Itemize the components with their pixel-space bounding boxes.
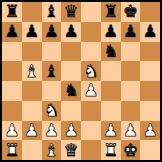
- piece-white-pawn[interactable]: ♟: [143, 121, 158, 138]
- square-b3[interactable]: [22, 101, 42, 121]
- square-g5[interactable]: [121, 61, 141, 81]
- square-a8[interactable]: ♜: [2, 2, 22, 22]
- piece-white-pawn[interactable]: ♟: [64, 121, 79, 138]
- square-f3[interactable]: [101, 101, 121, 121]
- square-f8[interactable]: ♜: [101, 2, 121, 22]
- piece-white-bishop[interactable]: ♝: [24, 62, 39, 79]
- square-g4[interactable]: [121, 81, 141, 101]
- square-e4[interactable]: ♟: [81, 81, 101, 101]
- square-f1[interactable]: ♜: [101, 140, 121, 160]
- square-g2[interactable]: ♟: [121, 121, 141, 141]
- square-c8[interactable]: ♝: [42, 2, 62, 22]
- piece-black-pawn[interactable]: ♟: [4, 23, 19, 40]
- square-d5[interactable]: [61, 61, 81, 81]
- square-b8[interactable]: [22, 2, 42, 22]
- piece-white-rook[interactable]: ♜: [103, 141, 118, 158]
- square-a3[interactable]: [2, 101, 22, 121]
- square-c2[interactable]: ♟: [42, 121, 62, 141]
- square-e8[interactable]: [81, 2, 101, 22]
- square-b6[interactable]: [22, 42, 42, 62]
- square-c1[interactable]: ♝: [42, 140, 62, 160]
- piece-black-rook[interactable]: ♜: [103, 3, 118, 20]
- piece-black-pawn[interactable]: ♟: [64, 23, 79, 40]
- piece-white-pawn[interactable]: ♟: [4, 121, 19, 138]
- piece-black-pawn[interactable]: ♟: [44, 23, 59, 40]
- square-f5[interactable]: [101, 61, 121, 81]
- square-d1[interactable]: ♛: [61, 140, 81, 160]
- square-b2[interactable]: ♟: [22, 121, 42, 141]
- piece-black-bishop[interactable]: ♝: [44, 62, 59, 79]
- piece-black-queen[interactable]: ♛: [64, 3, 79, 20]
- square-d7[interactable]: ♟: [61, 22, 81, 42]
- square-a6[interactable]: [2, 42, 22, 62]
- board-frame: ♜♝♛♜♚♟♟♟♟♟♟♟♞♝♝♞♞♟♞♟♟♟♟♟♟♟♜♝♛♜♚: [0, 0, 162, 162]
- piece-black-pawn[interactable]: ♟: [143, 23, 158, 40]
- piece-black-knight[interactable]: ♞: [103, 42, 118, 59]
- square-f7[interactable]: ♟: [101, 22, 121, 42]
- piece-black-bishop[interactable]: ♝: [44, 3, 59, 20]
- square-c3[interactable]: ♞: [42, 101, 62, 121]
- square-h4[interactable]: [140, 81, 160, 101]
- square-a5[interactable]: [2, 61, 22, 81]
- piece-white-knight[interactable]: ♞: [44, 102, 59, 119]
- piece-white-pawn[interactable]: ♟: [44, 121, 59, 138]
- square-a2[interactable]: ♟: [2, 121, 22, 141]
- piece-white-pawn[interactable]: ♟: [103, 121, 118, 138]
- piece-white-queen[interactable]: ♛: [64, 141, 79, 158]
- square-d2[interactable]: ♟: [61, 121, 81, 141]
- square-f2[interactable]: ♟: [101, 121, 121, 141]
- square-g8[interactable]: ♚: [121, 2, 141, 22]
- piece-black-rook[interactable]: ♜: [4, 3, 19, 20]
- square-c4[interactable]: [42, 81, 62, 101]
- piece-black-knight[interactable]: ♞: [64, 82, 79, 99]
- square-e5[interactable]: ♞: [81, 61, 101, 81]
- square-d3[interactable]: [61, 101, 81, 121]
- square-h7[interactable]: ♟: [140, 22, 160, 42]
- piece-white-bishop[interactable]: ♝: [44, 141, 59, 158]
- square-e3[interactable]: [81, 101, 101, 121]
- square-f4[interactable]: [101, 81, 121, 101]
- piece-white-pawn[interactable]: ♟: [83, 82, 98, 99]
- square-g3[interactable]: [121, 101, 141, 121]
- square-e1[interactable]: [81, 140, 101, 160]
- piece-white-rook[interactable]: ♜: [4, 141, 19, 158]
- square-d4[interactable]: ♞: [61, 81, 81, 101]
- piece-white-pawn[interactable]: ♟: [24, 121, 39, 138]
- square-h1[interactable]: [140, 140, 160, 160]
- square-a4[interactable]: [2, 81, 22, 101]
- square-b5[interactable]: ♝: [22, 61, 42, 81]
- piece-black-pawn[interactable]: ♟: [103, 23, 118, 40]
- square-c5[interactable]: ♝: [42, 61, 62, 81]
- piece-black-king[interactable]: ♚: [123, 3, 138, 20]
- piece-white-king[interactable]: ♚: [123, 141, 138, 158]
- square-f6[interactable]: ♞: [101, 42, 121, 62]
- piece-white-knight[interactable]: ♞: [83, 62, 98, 79]
- chess-board: ♜♝♛♜♚♟♟♟♟♟♟♟♞♝♝♞♞♟♞♟♟♟♟♟♟♟♜♝♛♜♚: [2, 2, 160, 160]
- square-d6[interactable]: [61, 42, 81, 62]
- piece-white-pawn[interactable]: ♟: [123, 121, 138, 138]
- square-c7[interactable]: ♟: [42, 22, 62, 42]
- square-h3[interactable]: [140, 101, 160, 121]
- square-a1[interactable]: ♜: [2, 140, 22, 160]
- square-g7[interactable]: ♟: [121, 22, 141, 42]
- piece-black-pawn[interactable]: ♟: [24, 23, 39, 40]
- square-g6[interactable]: [121, 42, 141, 62]
- square-e7[interactable]: [81, 22, 101, 42]
- square-h8[interactable]: [140, 2, 160, 22]
- square-e2[interactable]: [81, 121, 101, 141]
- square-b1[interactable]: [22, 140, 42, 160]
- square-h2[interactable]: ♟: [140, 121, 160, 141]
- square-d8[interactable]: ♛: [61, 2, 81, 22]
- piece-black-pawn[interactable]: ♟: [123, 23, 138, 40]
- square-c6[interactable]: [42, 42, 62, 62]
- square-h5[interactable]: [140, 61, 160, 81]
- square-g1[interactable]: ♚: [121, 140, 141, 160]
- square-e6[interactable]: [81, 42, 101, 62]
- square-b7[interactable]: ♟: [22, 22, 42, 42]
- square-h6[interactable]: [140, 42, 160, 62]
- square-b4[interactable]: [22, 81, 42, 101]
- square-a7[interactable]: ♟: [2, 22, 22, 42]
